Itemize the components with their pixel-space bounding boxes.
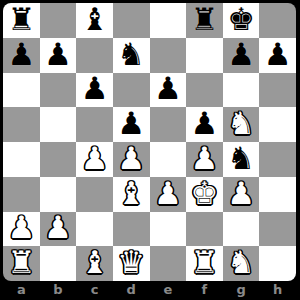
square-e4[interactable]	[150, 142, 187, 177]
square-e2[interactable]	[150, 212, 187, 247]
file-label-f: f	[186, 281, 223, 300]
board-frame: ♜♝♜♚♟♟♞♟♟♟♟♟♟♞♟♟♟♞♝♟♚♟♟♟♜♝♛♜♞ abcdefgh	[0, 0, 300, 300]
white-pawn[interactable]: ♟	[117, 143, 145, 174]
square-h6[interactable]	[259, 73, 296, 108]
square-e5[interactable]	[150, 107, 187, 142]
white-pawn[interactable]: ♟	[154, 178, 182, 209]
square-d5[interactable]: ♟	[113, 107, 150, 142]
square-e6[interactable]: ♟	[150, 73, 187, 108]
square-c4[interactable]: ♟	[76, 142, 113, 177]
chess-board: ♜♝♜♚♟♟♞♟♟♟♟♟♟♞♟♟♟♞♝♟♚♟♟♟♜♝♛♜♞	[3, 3, 296, 281]
square-b1[interactable]	[40, 246, 77, 281]
white-pawn[interactable]: ♟	[81, 143, 109, 174]
square-c7[interactable]	[76, 38, 113, 73]
white-bishop[interactable]: ♝	[117, 178, 145, 209]
square-d8[interactable]	[113, 3, 150, 38]
black-pawn[interactable]: ♟	[117, 108, 145, 139]
square-g3[interactable]: ♟	[223, 177, 260, 212]
file-labels: abcdefgh	[3, 281, 296, 300]
white-bishop[interactable]: ♝	[81, 247, 109, 278]
file-label-c: c	[76, 281, 113, 300]
square-g6[interactable]	[223, 73, 260, 108]
square-c1[interactable]: ♝	[76, 246, 113, 281]
square-e1[interactable]	[150, 246, 187, 281]
square-g7[interactable]: ♟	[223, 38, 260, 73]
square-d4[interactable]: ♟	[113, 142, 150, 177]
black-bishop[interactable]: ♝	[81, 4, 109, 35]
file-label-a: a	[3, 281, 40, 300]
black-pawn[interactable]: ♟	[227, 39, 255, 70]
square-f2[interactable]	[186, 212, 223, 247]
square-d7[interactable]: ♞	[113, 38, 150, 73]
square-c8[interactable]: ♝	[76, 3, 113, 38]
square-g1[interactable]: ♞	[223, 246, 260, 281]
square-h2[interactable]	[259, 212, 296, 247]
square-b4[interactable]	[40, 142, 77, 177]
square-h1[interactable]	[259, 246, 296, 281]
black-rook[interactable]: ♜	[191, 4, 219, 35]
square-a3[interactable]	[3, 177, 40, 212]
square-h5[interactable]	[259, 107, 296, 142]
square-h3[interactable]	[259, 177, 296, 212]
square-g2[interactable]	[223, 212, 260, 247]
square-a4[interactable]	[3, 142, 40, 177]
black-king[interactable]: ♚	[227, 4, 255, 35]
square-c6[interactable]: ♟	[76, 73, 113, 108]
square-a2[interactable]: ♟	[3, 212, 40, 247]
square-a1[interactable]: ♜	[3, 246, 40, 281]
square-d2[interactable]	[113, 212, 150, 247]
black-rook[interactable]: ♜	[7, 4, 35, 35]
square-b5[interactable]	[40, 107, 77, 142]
white-pawn[interactable]: ♟	[191, 143, 219, 174]
white-knight[interactable]: ♞	[227, 108, 255, 139]
square-d6[interactable]	[113, 73, 150, 108]
black-pawn[interactable]: ♟	[81, 73, 109, 104]
file-label-h: h	[259, 281, 296, 300]
black-pawn[interactable]: ♟	[264, 39, 292, 70]
square-e8[interactable]	[150, 3, 187, 38]
square-c2[interactable]	[76, 212, 113, 247]
square-a7[interactable]: ♟	[3, 38, 40, 73]
square-a6[interactable]	[3, 73, 40, 108]
square-d1[interactable]: ♛	[113, 246, 150, 281]
square-b7[interactable]: ♟	[40, 38, 77, 73]
square-g8[interactable]: ♚	[223, 3, 260, 38]
black-pawn[interactable]: ♟	[154, 73, 182, 104]
white-pawn[interactable]: ♟	[44, 212, 72, 243]
white-queen[interactable]: ♛	[117, 247, 145, 278]
white-knight[interactable]: ♞	[227, 247, 255, 278]
file-label-g: g	[223, 281, 260, 300]
square-h8[interactable]	[259, 3, 296, 38]
white-king[interactable]: ♚	[191, 178, 219, 209]
square-a8[interactable]: ♜	[3, 3, 40, 38]
file-label-b: b	[40, 281, 77, 300]
white-rook[interactable]: ♜	[191, 247, 219, 278]
square-e7[interactable]	[150, 38, 187, 73]
square-d3[interactable]: ♝	[113, 177, 150, 212]
white-pawn[interactable]: ♟	[7, 212, 35, 243]
black-pawn[interactable]: ♟	[44, 39, 72, 70]
white-pawn[interactable]: ♟	[227, 178, 255, 209]
file-label-e: e	[150, 281, 187, 300]
square-c5[interactable]	[76, 107, 113, 142]
square-f1[interactable]: ♜	[186, 246, 223, 281]
square-f5[interactable]: ♟	[186, 107, 223, 142]
square-g4[interactable]: ♞	[223, 142, 260, 177]
square-b2[interactable]: ♟	[40, 212, 77, 247]
square-c3[interactable]	[76, 177, 113, 212]
square-g5[interactable]: ♞	[223, 107, 260, 142]
square-a5[interactable]	[3, 107, 40, 142]
square-h4[interactable]	[259, 142, 296, 177]
square-b3[interactable]	[40, 177, 77, 212]
black-pawn[interactable]: ♟	[191, 108, 219, 139]
black-pawn[interactable]: ♟	[7, 39, 35, 70]
square-f6[interactable]	[186, 73, 223, 108]
square-b6[interactable]	[40, 73, 77, 108]
white-rook[interactable]: ♜	[7, 247, 35, 278]
square-f4[interactable]: ♟	[186, 142, 223, 177]
black-knight[interactable]: ♞	[117, 39, 145, 70]
square-f7[interactable]	[186, 38, 223, 73]
black-knight[interactable]: ♞	[227, 143, 255, 174]
square-f3[interactable]: ♚	[186, 177, 223, 212]
square-f8[interactable]: ♜	[186, 3, 223, 38]
square-h7[interactable]: ♟	[259, 38, 296, 73]
square-b8[interactable]	[40, 3, 77, 38]
file-label-d: d	[113, 281, 150, 300]
square-e3[interactable]: ♟	[150, 177, 187, 212]
